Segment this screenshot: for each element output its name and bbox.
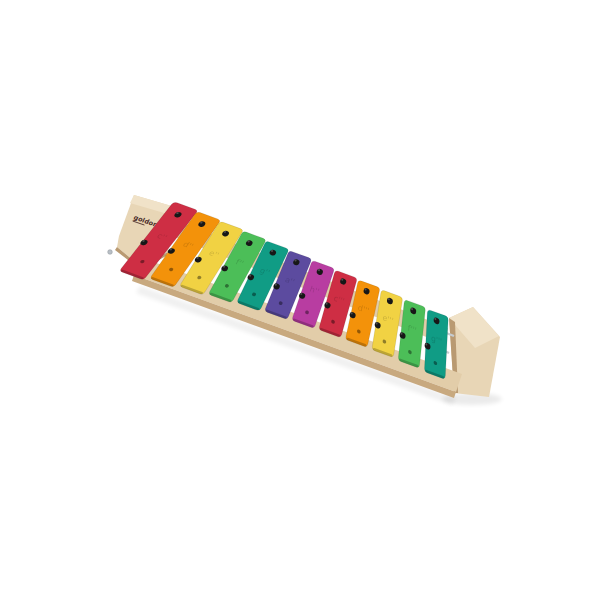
screw xyxy=(108,250,113,255)
bar-12-teal: g''' xyxy=(423,309,448,379)
product-photo: goldon c''d''e''f''g''a''h''c'''d'''e'''… xyxy=(0,0,600,600)
glockenspiel-scene: goldon c''d''e''f''g''a''h''c'''d'''e'''… xyxy=(0,0,600,600)
